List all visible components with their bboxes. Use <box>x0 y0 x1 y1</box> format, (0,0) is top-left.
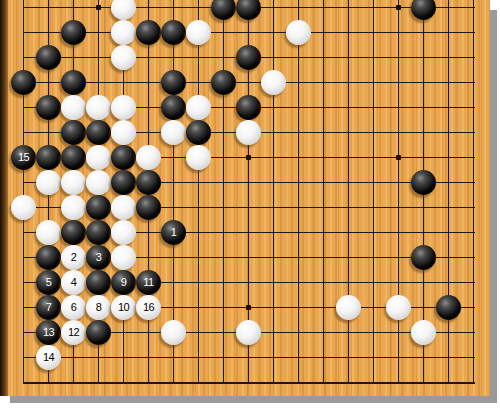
go-board[interactable]: 15123549117681016131214 <box>0 0 490 396</box>
stone-black-move-5: 5 <box>36 270 61 295</box>
stone-black <box>436 295 461 320</box>
stone-black <box>86 195 111 220</box>
stone-black-move-11: 11 <box>136 270 161 295</box>
stone-white <box>136 145 161 170</box>
stone-black <box>136 20 161 45</box>
stone-black <box>161 20 186 45</box>
stone-white <box>61 170 86 195</box>
stone-black <box>236 95 261 120</box>
stone-black <box>86 220 111 245</box>
stone-white <box>236 120 261 145</box>
stone-white <box>11 195 36 220</box>
stone-black <box>86 320 111 345</box>
stone-white <box>61 95 86 120</box>
grid-line-horizontal <box>23 82 475 83</box>
stone-black <box>211 0 236 20</box>
star-point <box>396 5 401 10</box>
stone-black <box>186 120 211 145</box>
stone-white <box>386 295 411 320</box>
stone-white <box>111 0 136 20</box>
stone-black <box>61 145 86 170</box>
stone-white <box>61 195 86 220</box>
board-left-edge <box>0 0 8 396</box>
stone-black <box>411 170 436 195</box>
stone-white <box>111 195 136 220</box>
stone-black <box>36 95 61 120</box>
stone-white <box>236 320 261 345</box>
stone-white <box>411 320 436 345</box>
stone-white <box>111 45 136 70</box>
stone-white-move-4: 4 <box>61 270 86 295</box>
stone-white-move-8: 8 <box>86 295 111 320</box>
stone-black <box>161 70 186 95</box>
stone-white <box>186 95 211 120</box>
stone-white-move-10: 10 <box>111 295 136 320</box>
grid-line-horizontal <box>23 357 475 358</box>
stone-black <box>36 245 61 270</box>
stone-white <box>111 95 136 120</box>
stone-black <box>61 20 86 45</box>
stone-black <box>61 70 86 95</box>
stone-black <box>61 220 86 245</box>
stone-black <box>61 120 86 145</box>
stone-white <box>111 20 136 45</box>
stone-white <box>186 145 211 170</box>
stone-white <box>261 70 286 95</box>
stone-white <box>161 120 186 145</box>
star-point <box>396 155 401 160</box>
star-point <box>246 155 251 160</box>
stone-white <box>86 170 111 195</box>
stone-black-move-3: 3 <box>86 245 111 270</box>
stone-white-move-6: 6 <box>61 295 86 320</box>
star-point <box>246 305 251 310</box>
stone-white-move-14: 14 <box>36 345 61 370</box>
stone-white <box>111 220 136 245</box>
stone-black <box>136 170 161 195</box>
stone-black <box>411 0 436 20</box>
stone-black-move-7: 7 <box>36 295 61 320</box>
stone-white <box>286 20 311 45</box>
stone-white <box>161 320 186 345</box>
stone-black <box>111 145 136 170</box>
stone-black-move-9: 9 <box>111 270 136 295</box>
grid-line-horizontal <box>23 32 475 33</box>
stone-white <box>186 20 211 45</box>
stone-black <box>236 45 261 70</box>
stone-black-move-15: 15 <box>11 145 36 170</box>
stone-white <box>86 95 111 120</box>
stone-black <box>161 95 186 120</box>
stone-black <box>11 70 36 95</box>
stone-white <box>36 170 61 195</box>
stone-black-move-1: 1 <box>161 220 186 245</box>
stone-black <box>86 270 111 295</box>
stone-black <box>86 120 111 145</box>
stone-black <box>411 245 436 270</box>
stone-white <box>111 245 136 270</box>
stone-white <box>86 145 111 170</box>
stone-black <box>236 0 261 20</box>
stone-white <box>336 295 361 320</box>
star-point <box>96 5 101 10</box>
stone-black-move-13: 13 <box>36 320 61 345</box>
stone-black <box>111 170 136 195</box>
stone-black <box>136 195 161 220</box>
grid-line-horizontal <box>23 382 475 384</box>
stone-black <box>211 70 236 95</box>
screenshot-frame: 15123549117681016131214 <box>0 0 500 410</box>
stone-black <box>36 145 61 170</box>
stone-white <box>36 220 61 245</box>
stone-black <box>36 45 61 70</box>
stone-white-move-12: 12 <box>61 320 86 345</box>
stone-white-move-16: 16 <box>136 295 161 320</box>
stone-white-move-2: 2 <box>61 245 86 270</box>
stone-white <box>111 120 136 145</box>
